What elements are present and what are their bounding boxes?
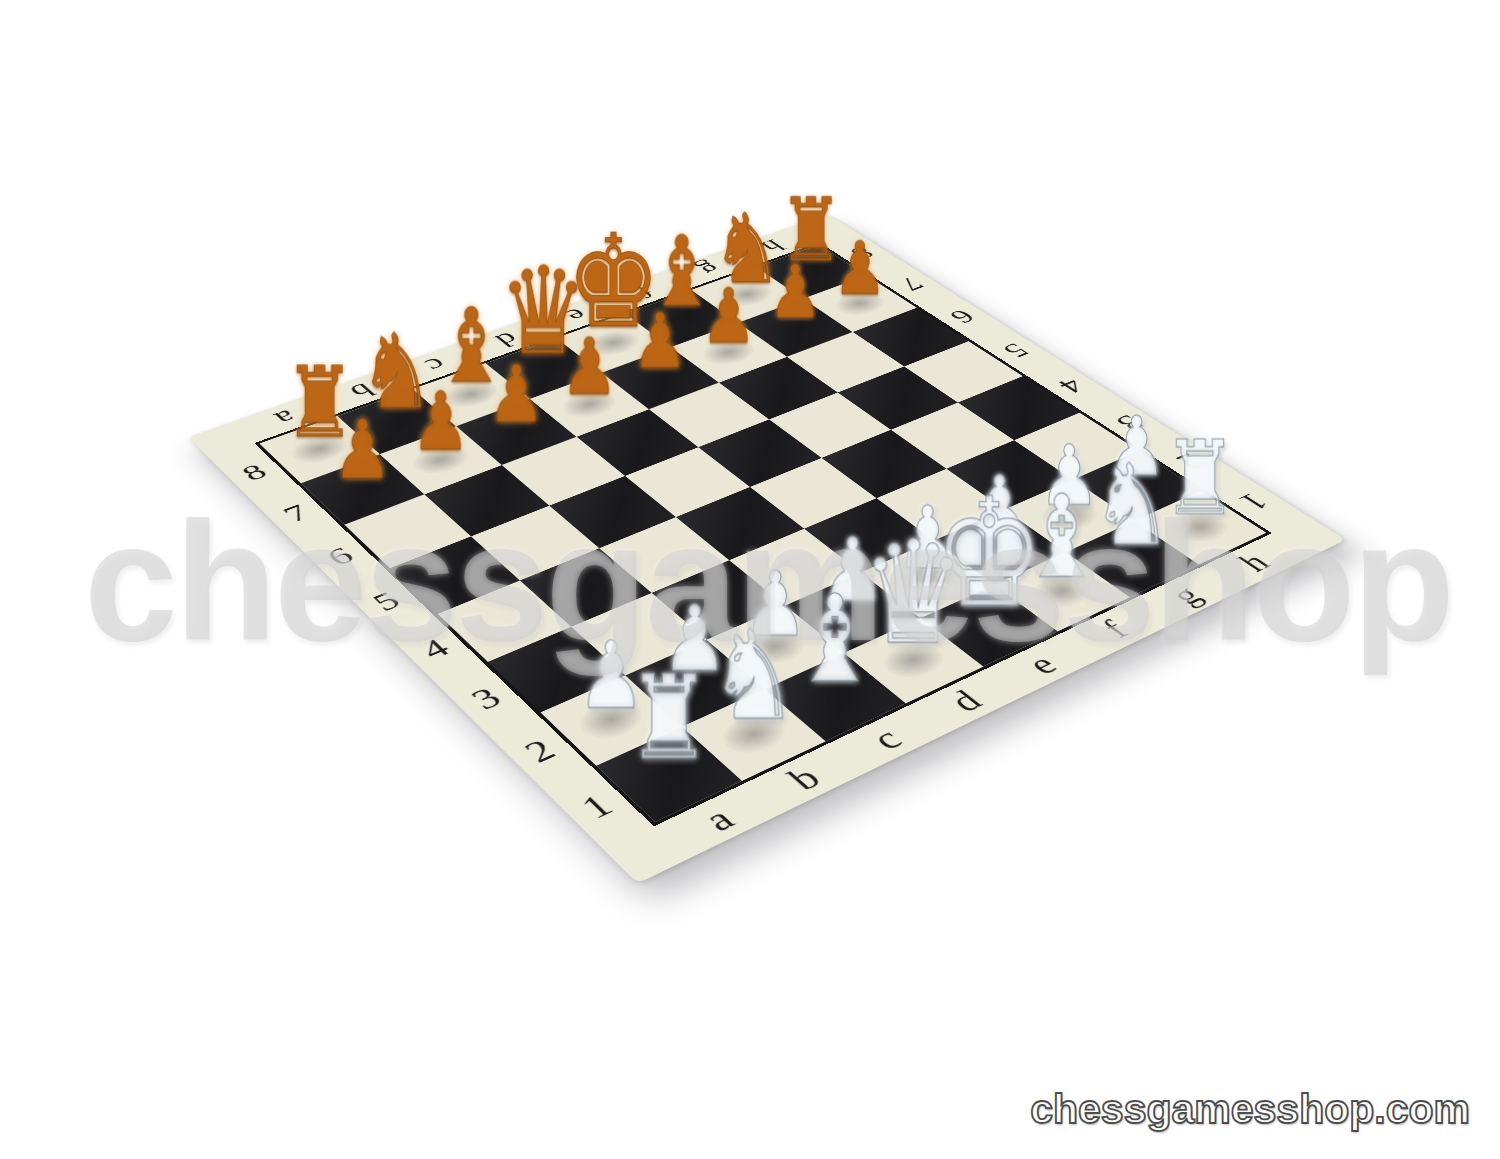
- chessboard: ♜♞♝♛♚♝♞♜♟♟♟♟♟♟♟♟♟♟♟♟♟♟♟♟♜♞♝♛♚♝♞♜: [254, 242, 1272, 826]
- piece-black-pawn-f7: ♟: [695, 279, 763, 355]
- site-logo: chessgamesshop.com: [1030, 1086, 1470, 1133]
- pawn-glyph: ♟: [332, 409, 392, 491]
- piece-black-pawn-a7: ♟: [326, 409, 400, 491]
- pawn-glyph: ♟: [411, 381, 470, 462]
- pawn-glyph: ♟: [701, 279, 757, 355]
- rook-glyph: ♜: [626, 660, 712, 776]
- piece-black-pawn-e7: ♟: [626, 303, 695, 380]
- pawn-glyph: ♟: [833, 232, 887, 305]
- chessboard-scene: ♜♞♝♛♚♝♞♜♟♟♟♟♟♟♟♟♟♟♟♟♟♟♟♟♜♞♝♛♚♝♞♜ aabbccd…: [0, 0, 1500, 1008]
- chessboard-mat: ♜♞♝♛♚♝♞♜♟♟♟♟♟♟♟♟♟♟♟♟♟♟♟♟♜♞♝♛♚♝♞♜ aabbccd…: [188, 214, 1346, 883]
- rank-label-8-left: 8: [225, 456, 284, 490]
- piece-black-pawn-h7: ♟: [827, 232, 893, 305]
- knight-glyph: ♞: [708, 614, 799, 737]
- piece-black-pawn-c7: ♟: [481, 354, 552, 433]
- piece-white-rook-a1: ♜: [617, 660, 721, 776]
- pawn-glyph: ♟: [768, 255, 823, 330]
- rank-label-6-left: 6: [309, 538, 372, 575]
- product-photo: ♜♞♝♛♚♝♞♜♟♟♟♟♟♟♟♟♟♟♟♟♟♟♟♟♜♞♝♛♚♝♞♜ aabbccd…: [0, 0, 1500, 1159]
- pawn-glyph: ♟: [632, 303, 689, 380]
- piece-black-pawn-g7: ♟: [762, 255, 829, 330]
- pawn-glyph: ♟: [561, 328, 618, 406]
- pawn-glyph: ♟: [487, 354, 545, 433]
- piece-black-pawn-d7: ♟: [554, 328, 624, 406]
- piece-black-pawn-b7: ♟: [404, 381, 476, 462]
